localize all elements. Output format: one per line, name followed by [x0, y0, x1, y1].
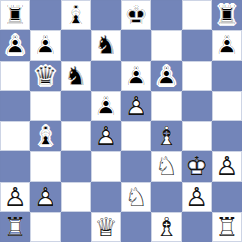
piece-black-pawn: ♟♙ — [30, 30, 60, 60]
piece-white-pawn: ♟♙ — [182, 182, 212, 212]
square-a2[interactable]: ♟♙ — [0, 182, 30, 212]
piece-black-rook: ♜♖ — [212, 0, 242, 30]
piece-black-bishop: ♝♗ — [61, 0, 91, 30]
piece-black-king: ♚♔ — [121, 0, 151, 30]
square-e8[interactable]: ♚♔ — [121, 0, 151, 30]
square-a7[interactable]: ♟♙ — [0, 30, 30, 60]
square-g6[interactable] — [182, 61, 212, 91]
square-f7[interactable] — [151, 30, 181, 60]
piece-black-knight: ♞♘ — [61, 61, 91, 91]
piece-white-pawn: ♟♙ — [212, 151, 242, 181]
square-d5[interactable]: ♟♙ — [91, 91, 121, 121]
square-d4[interactable]: ♟♙ — [91, 121, 121, 151]
square-f6[interactable]: ♟♙ — [151, 61, 181, 91]
square-h1[interactable]: ♜♖ — [212, 212, 242, 242]
piece-white-bishop: ♝♗ — [151, 212, 181, 242]
piece-white-rook: ♜♖ — [0, 212, 30, 242]
square-f1[interactable]: ♝♗ — [151, 212, 181, 242]
square-f5[interactable] — [151, 91, 181, 121]
square-c7[interactable] — [61, 30, 91, 60]
square-e5[interactable]: ♟♙ — [121, 91, 151, 121]
square-h4[interactable] — [212, 121, 242, 151]
piece-black-pawn: ♟♙ — [0, 30, 30, 60]
square-f2[interactable] — [151, 182, 181, 212]
piece-white-king: ♚♔ — [182, 151, 212, 181]
square-g2[interactable]: ♟♙ — [182, 182, 212, 212]
piece-white-queen: ♛♕ — [91, 212, 121, 242]
square-e4[interactable] — [121, 121, 151, 151]
square-d1[interactable]: ♛♕ — [91, 212, 121, 242]
square-g5[interactable] — [182, 91, 212, 121]
square-a8[interactable]: ♜♖ — [0, 0, 30, 30]
square-d6[interactable] — [91, 61, 121, 91]
square-a1[interactable]: ♜♖ — [0, 212, 30, 242]
square-d2[interactable] — [91, 182, 121, 212]
piece-black-knight: ♞♘ — [91, 30, 121, 60]
square-a4[interactable] — [0, 121, 30, 151]
piece-white-rook: ♜♖ — [212, 212, 242, 242]
square-h5[interactable] — [212, 91, 242, 121]
piece-black-pawn: ♟♙ — [212, 30, 242, 60]
square-b8[interactable] — [30, 0, 60, 30]
square-g7[interactable] — [182, 30, 212, 60]
square-c2[interactable] — [61, 182, 91, 212]
square-h3[interactable]: ♟♙ — [212, 151, 242, 181]
square-g8[interactable] — [182, 0, 212, 30]
square-a6[interactable] — [0, 61, 30, 91]
square-h8[interactable]: ♜♖ — [212, 0, 242, 30]
square-c3[interactable] — [61, 151, 91, 181]
square-c1[interactable] — [61, 212, 91, 242]
piece-white-bishop: ♝♗ — [151, 121, 181, 151]
square-h7[interactable]: ♟♙ — [212, 30, 242, 60]
square-e3[interactable] — [121, 151, 151, 181]
square-c4[interactable] — [61, 121, 91, 151]
square-b6[interactable]: ♛♕ — [30, 61, 60, 91]
chess-board: ♜♖♝♗♚♔♜♖♟♙♟♙♞♘♟♙♛♕♞♘♟♙♟♙♟♙♟♙♝♗♟♙♝♗♞♘♚♔♟♙… — [0, 0, 242, 242]
square-b2[interactable]: ♟♙ — [30, 182, 60, 212]
square-e1[interactable] — [121, 212, 151, 242]
square-f3[interactable]: ♞♘ — [151, 151, 181, 181]
square-e6[interactable]: ♟♙ — [121, 61, 151, 91]
square-d8[interactable] — [91, 0, 121, 30]
square-f8[interactable] — [151, 0, 181, 30]
square-e7[interactable] — [121, 30, 151, 60]
square-c8[interactable]: ♝♗ — [61, 0, 91, 30]
square-b1[interactable] — [30, 212, 60, 242]
square-g4[interactable] — [182, 121, 212, 151]
square-d7[interactable]: ♞♘ — [91, 30, 121, 60]
piece-black-pawn: ♟♙ — [91, 91, 121, 121]
square-c6[interactable]: ♞♘ — [61, 61, 91, 91]
square-b7[interactable]: ♟♙ — [30, 30, 60, 60]
piece-white-pawn: ♟♙ — [30, 182, 60, 212]
square-h6[interactable] — [212, 61, 242, 91]
piece-white-knight: ♞♘ — [121, 182, 151, 212]
square-a5[interactable] — [0, 91, 30, 121]
square-f4[interactable]: ♝♗ — [151, 121, 181, 151]
piece-black-bishop: ♝♗ — [30, 121, 60, 151]
square-g3[interactable]: ♚♔ — [182, 151, 212, 181]
piece-white-pawn: ♟♙ — [121, 91, 151, 121]
piece-white-pawn: ♟♙ — [0, 182, 30, 212]
square-c5[interactable] — [61, 91, 91, 121]
piece-white-knight: ♞♘ — [151, 151, 181, 181]
square-b4[interactable]: ♝♗ — [30, 121, 60, 151]
piece-black-queen: ♛♕ — [30, 61, 60, 91]
piece-black-rook: ♜♖ — [0, 0, 30, 30]
square-a3[interactable] — [0, 151, 30, 181]
square-b5[interactable] — [30, 91, 60, 121]
piece-white-pawn: ♟♙ — [91, 121, 121, 151]
piece-black-pawn: ♟♙ — [121, 61, 151, 91]
square-b3[interactable] — [30, 151, 60, 181]
piece-black-pawn: ♟♙ — [151, 61, 181, 91]
square-h2[interactable] — [212, 182, 242, 212]
square-g1[interactable] — [182, 212, 212, 242]
square-d3[interactable] — [91, 151, 121, 181]
square-e2[interactable]: ♞♘ — [121, 182, 151, 212]
